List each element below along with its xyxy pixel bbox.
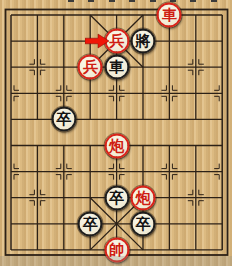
- piece-black-soldier-b[interactable]: 卒: [104, 185, 129, 210]
- last-move-arrow-icon: [85, 33, 111, 49]
- piece-black-general[interactable]: 將: [131, 29, 156, 54]
- piece-black-soldier-a[interactable]: 卒: [51, 107, 76, 132]
- piece-black-chariot[interactable]: 車: [104, 55, 129, 80]
- board-lower-margin: [0, 256, 232, 266]
- piece-red-soldier-b[interactable]: 兵: [78, 55, 103, 80]
- piece-black-soldier-c[interactable]: 卒: [78, 211, 103, 236]
- piece-red-cannon-a[interactable]: 炮: [104, 133, 129, 158]
- xiangqi-app-window: 車兵將兵車卒炮卒炮卒卒帥: [0, 0, 232, 266]
- piece-red-cannon-b[interactable]: 炮: [131, 185, 156, 210]
- pieces-layer: 車兵將兵車卒炮卒炮卒卒帥: [0, 0, 232, 266]
- piece-red-chariot[interactable]: 車: [157, 3, 182, 28]
- piece-black-soldier-d[interactable]: 卒: [131, 211, 156, 236]
